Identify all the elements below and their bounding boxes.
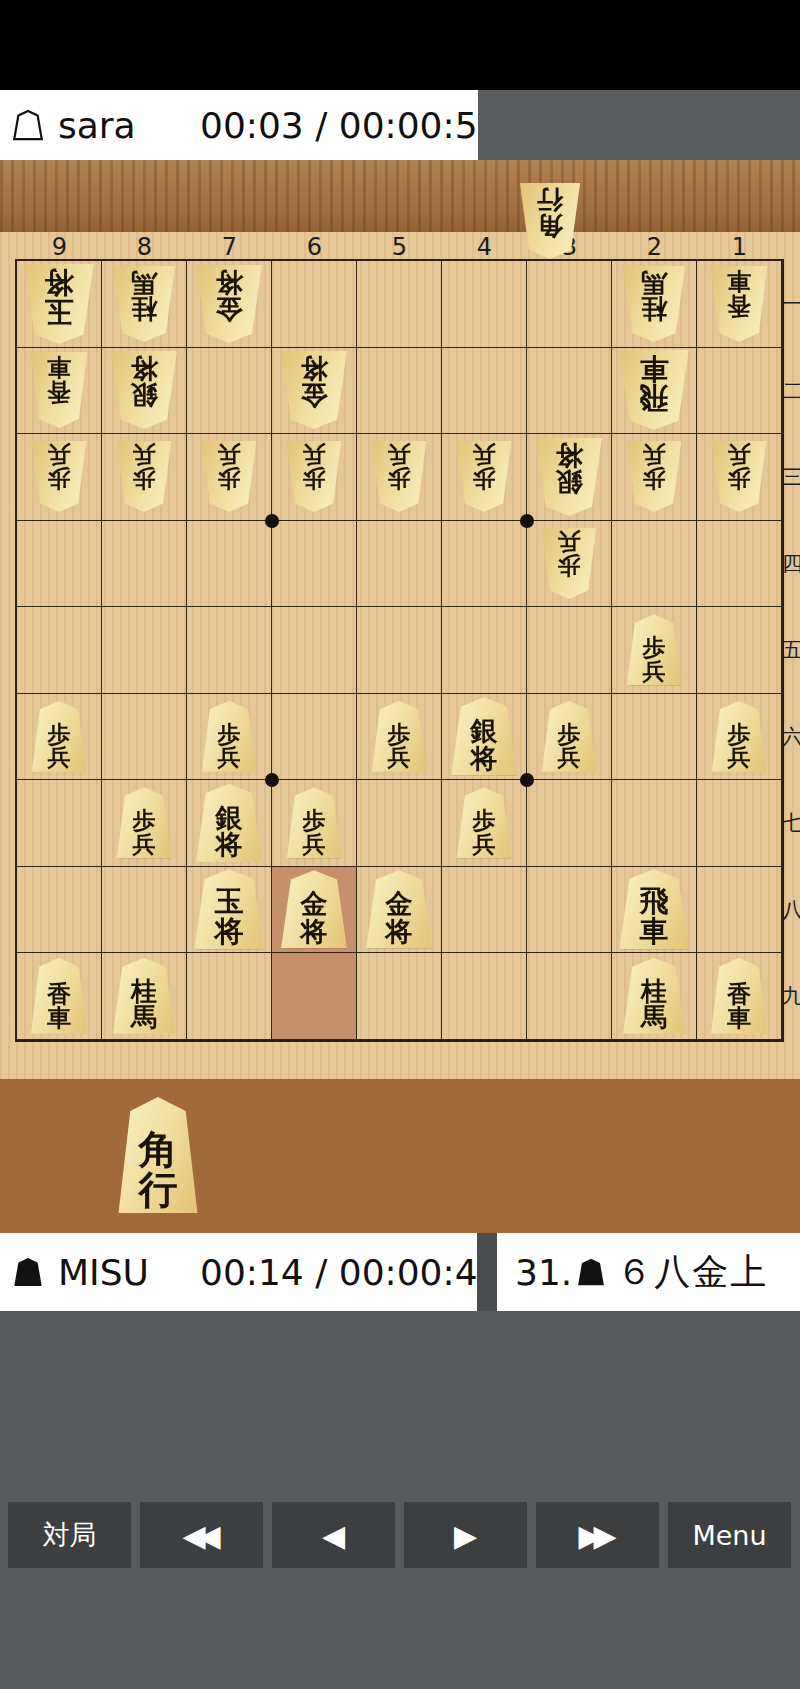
square-7二[interactable] — [187, 348, 272, 435]
sente-piece[interactable]: 香車 — [29, 958, 89, 1034]
move-display-bar: 31. ６八金上 — [497, 1233, 800, 1311]
square-7五[interactable] — [187, 607, 272, 694]
square-1九[interactable]: 香車 — [697, 953, 782, 1040]
square-2一[interactable]: 桂馬 — [612, 261, 697, 348]
square-6九[interactable] — [272, 953, 357, 1040]
sente-piece[interactable]: 飛車 — [617, 869, 691, 949]
square-5一[interactable] — [357, 261, 442, 348]
gote-piece[interactable]: 歩兵 — [625, 441, 683, 512]
square-2二[interactable]: 飛車 — [612, 348, 697, 435]
sente-piece[interactable]: 金将 — [364, 870, 434, 948]
step-back-button[interactable]: ◀ — [272, 1502, 395, 1568]
square-8二[interactable]: 銀将 — [102, 348, 187, 435]
gote-piece[interactable]: 歩兵 — [455, 441, 513, 512]
square-5四[interactable] — [357, 521, 442, 608]
square-8七[interactable]: 歩兵 — [102, 780, 187, 867]
square-4九[interactable] — [442, 953, 527, 1040]
square-6七[interactable]: 歩兵 — [272, 780, 357, 867]
file-label: 9 — [17, 234, 102, 261]
square-4五[interactable] — [442, 607, 527, 694]
menu-button[interactable]: Menu — [668, 1502, 791, 1568]
square-5六[interactable]: 歩兵 — [357, 694, 442, 781]
square-6一[interactable] — [272, 261, 357, 348]
gote-piece[interactable]: 銀将 — [534, 438, 604, 516]
gote-bar-filler — [478, 90, 800, 160]
gote-piece[interactable]: 歩兵 — [285, 441, 343, 512]
gote-piece[interactable]: 金将 — [194, 265, 264, 343]
square-8四[interactable] — [102, 521, 187, 608]
square-1八[interactable] — [697, 867, 782, 954]
square-2八[interactable]: 飛車 — [612, 867, 697, 954]
rank-labels: 一二三四五六七八九 — [782, 261, 800, 1040]
star-point — [265, 773, 279, 787]
square-7八[interactable]: 玉将 — [187, 867, 272, 954]
sente-piece[interactable]: 歩兵 — [115, 787, 173, 858]
square-5三[interactable]: 歩兵 — [357, 434, 442, 521]
sente-piece[interactable]: 歩兵 — [370, 701, 428, 772]
square-6六[interactable] — [272, 694, 357, 781]
play-button[interactable]: 対局 — [8, 1502, 131, 1568]
square-8六[interactable] — [102, 694, 187, 781]
rank-label: 三 — [782, 434, 800, 521]
square-1七[interactable] — [697, 780, 782, 867]
square-1二[interactable] — [697, 348, 782, 435]
square-8八[interactable] — [102, 867, 187, 954]
square-5八[interactable]: 金将 — [357, 867, 442, 954]
step-forward-button[interactable]: ▶ — [404, 1502, 527, 1568]
square-4三[interactable]: 歩兵 — [442, 434, 527, 521]
file-label: 5 — [357, 234, 442, 261]
square-4七[interactable]: 歩兵 — [442, 780, 527, 867]
gote-piece[interactable]: 歩兵 — [30, 441, 88, 512]
forward-end-button[interactable]: ▶▶ — [536, 1502, 659, 1568]
square-6四[interactable] — [272, 521, 357, 608]
sente-piece[interactable]: 歩兵 — [625, 614, 683, 685]
square-7三[interactable]: 歩兵 — [187, 434, 272, 521]
square-6五[interactable] — [272, 607, 357, 694]
sente-player-time: 00:14 / 00:00:48 — [200, 1252, 500, 1293]
square-9七[interactable] — [17, 780, 102, 867]
file-label: 8 — [102, 234, 187, 261]
square-2三[interactable]: 歩兵 — [612, 434, 697, 521]
square-9四[interactable] — [17, 521, 102, 608]
square-2四[interactable] — [612, 521, 697, 608]
file-labels: 987654321 — [17, 234, 782, 261]
square-4一[interactable] — [442, 261, 527, 348]
gote-piece[interactable]: 歩兵 — [370, 441, 428, 512]
sente-piece[interactable]: 金将 — [279, 870, 349, 948]
gote-piece[interactable]: 歩兵 — [200, 441, 258, 512]
square-2六[interactable] — [612, 694, 697, 781]
rank-label: 六 — [782, 694, 800, 781]
sente-piece[interactable]: 香車 — [709, 958, 769, 1034]
square-5二[interactable] — [357, 348, 442, 435]
square-7七[interactable]: 銀将 — [187, 780, 272, 867]
square-3五[interactable] — [527, 607, 612, 694]
square-9九[interactable]: 香車 — [17, 953, 102, 1040]
sente-move-icon — [576, 1256, 606, 1288]
square-4二[interactable] — [442, 348, 527, 435]
star-point — [265, 514, 279, 528]
shogi-board: 玉将桂馬金将桂馬香車香車銀将金将飛車歩兵歩兵歩兵歩兵歩兵歩兵銀将歩兵歩兵歩兵歩兵… — [15, 259, 784, 1042]
square-1四[interactable] — [697, 521, 782, 608]
square-4四[interactable] — [442, 521, 527, 608]
sente-piece[interactable]: 桂馬 — [621, 958, 687, 1034]
square-6二[interactable]: 金将 — [272, 348, 357, 435]
sente-player-bar: MISU 00:14 / 00:00:48 — [0, 1233, 477, 1311]
rank-label: 四 — [782, 521, 800, 608]
gote-piece[interactable]: 銀将 — [109, 351, 179, 429]
file-label: 2 — [612, 234, 697, 261]
gote-player-name: sara — [58, 105, 176, 146]
gote-piece[interactable]: 歩兵 — [115, 441, 173, 512]
square-9三[interactable]: 歩兵 — [17, 434, 102, 521]
gote-piece-outline-icon — [12, 108, 44, 142]
sente-piece[interactable]: 歩兵 — [710, 701, 768, 772]
square-4六[interactable]: 銀将 — [442, 694, 527, 781]
sente-piece-filled-icon — [12, 1255, 44, 1289]
square-9五[interactable] — [17, 607, 102, 694]
sente-player-name: MISU — [58, 1252, 176, 1293]
square-8一[interactable]: 桂馬 — [102, 261, 187, 348]
square-5五[interactable] — [357, 607, 442, 694]
sente-piece[interactable]: 歩兵 — [285, 787, 343, 858]
file-label: 1 — [697, 234, 782, 261]
square-3二[interactable] — [527, 348, 612, 435]
square-9一[interactable]: 玉将 — [17, 261, 102, 348]
square-7九[interactable] — [187, 953, 272, 1040]
square-1五[interactable] — [697, 607, 782, 694]
move-text: ６八金上 — [616, 1248, 768, 1297]
gote-player-time: 00:03 / 00:00:56 — [200, 105, 500, 146]
star-point — [520, 773, 534, 787]
sente-piece[interactable]: 歩兵 — [455, 787, 513, 858]
star-point — [520, 514, 534, 528]
sente-piece[interactable]: 玉将 — [192, 869, 266, 949]
square-8三[interactable]: 歩兵 — [102, 434, 187, 521]
gote-captured-tray — [0, 160, 800, 232]
gote-piece[interactable]: 歩兵 — [710, 441, 768, 512]
square-9六[interactable]: 歩兵 — [17, 694, 102, 781]
gote-piece[interactable]: 飛車 — [617, 350, 691, 430]
square-6八[interactable]: 金将 — [272, 867, 357, 954]
square-9八[interactable] — [17, 867, 102, 954]
sente-piece[interactable]: 歩兵 — [30, 701, 88, 772]
square-5七[interactable] — [357, 780, 442, 867]
gote-piece[interactable]: 歩兵 — [540, 528, 598, 599]
square-2五[interactable]: 歩兵 — [612, 607, 697, 694]
file-label: 4 — [442, 234, 527, 261]
sente-piece[interactable]: 銀将 — [449, 697, 519, 775]
square-1三[interactable]: 歩兵 — [697, 434, 782, 521]
rank-label: 二 — [782, 348, 800, 435]
rank-label: 八 — [782, 867, 800, 954]
square-7六[interactable]: 歩兵 — [187, 694, 272, 781]
square-9二[interactable]: 香車 — [17, 348, 102, 435]
toolbar: 対局◀◀◀▶▶▶Menu — [8, 1502, 792, 1568]
square-8五[interactable] — [102, 607, 187, 694]
square-2九[interactable]: 桂馬 — [612, 953, 697, 1040]
gote-piece[interactable]: 香車 — [709, 266, 769, 342]
sente-piece[interactable]: 銀将 — [194, 784, 264, 862]
square-3六[interactable]: 歩兵 — [527, 694, 612, 781]
file-label: 7 — [187, 234, 272, 261]
square-4八[interactable] — [442, 867, 527, 954]
square-1一[interactable]: 香車 — [697, 261, 782, 348]
gote-piece[interactable]: 香車 — [29, 352, 89, 428]
square-3七[interactable] — [527, 780, 612, 867]
square-1六[interactable]: 歩兵 — [697, 694, 782, 781]
rewind-start-button[interactable]: ◀◀ — [140, 1502, 263, 1568]
shogi-app: sara 00:03 / 00:00:56 987654321 一二三四五六七八… — [0, 0, 800, 1689]
square-6三[interactable]: 歩兵 — [272, 434, 357, 521]
square-3九[interactable] — [527, 953, 612, 1040]
move-number: 31. — [515, 1252, 572, 1293]
gote-piece[interactable]: 桂馬 — [111, 266, 177, 342]
sente-piece[interactable]: 歩兵 — [540, 701, 598, 772]
rank-label: 九 — [782, 953, 800, 1040]
gote-piece[interactable]: 玉将 — [22, 264, 96, 344]
square-7一[interactable]: 金将 — [187, 261, 272, 348]
square-5九[interactable] — [357, 953, 442, 1040]
square-3三[interactable]: 銀将 — [527, 434, 612, 521]
footer: 対局◀◀◀▶▶▶Menu — [0, 1311, 800, 1689]
square-3四[interactable]: 歩兵 — [527, 521, 612, 608]
square-8九[interactable]: 桂馬 — [102, 953, 187, 1040]
file-label: 6 — [272, 234, 357, 261]
sente-piece[interactable]: 桂馬 — [111, 958, 177, 1034]
gote-piece[interactable]: 金将 — [279, 351, 349, 429]
rank-label: 七 — [782, 780, 800, 867]
rank-label: 一 — [782, 261, 800, 348]
gote-piece[interactable]: 桂馬 — [621, 266, 687, 342]
gote-player-bar: sara 00:03 / 00:00:56 — [0, 90, 478, 160]
rank-label: 五 — [782, 607, 800, 694]
square-7四[interactable] — [187, 521, 272, 608]
status-bar-black — [0, 0, 800, 90]
bar-separator — [477, 1233, 497, 1311]
sente-piece[interactable]: 歩兵 — [200, 701, 258, 772]
square-2七[interactable] — [612, 780, 697, 867]
square-3八[interactable] — [527, 867, 612, 954]
square-3一[interactable] — [527, 261, 612, 348]
